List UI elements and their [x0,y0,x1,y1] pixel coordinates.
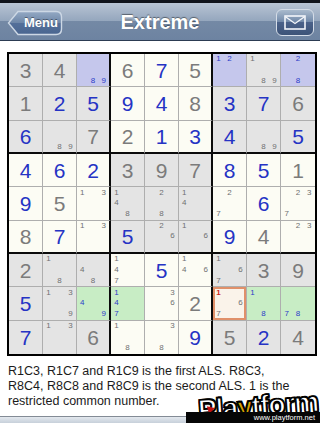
candidate-4: 4 [111,198,122,209]
cell-r6c3[interactable]: 13 [77,221,111,254]
pencil-marks: 16 [179,221,211,252]
candidate-9: 9 [98,76,109,87]
candidate-2: 2 [224,54,235,65]
pencil-marks: 27 [213,187,246,219]
cell-r2c3[interactable]: 5 [77,87,111,120]
given-digit: 5 [213,321,246,354]
cell-r8c8[interactable]: 18 [247,287,281,320]
candidate-1: 1 [247,54,258,65]
candidate-1: 1 [213,54,224,65]
candidate-1: 1 [43,254,54,265]
candidate-8: 8 [258,76,269,87]
candidate-3: 3 [98,221,109,231]
candidate-1: 1 [213,287,224,298]
cell-r1c8[interactable]: 189 [247,54,281,87]
cell-r6c2[interactable]: 7 [43,221,77,254]
candidate-3: 3 [167,321,178,332]
cell-r2c4[interactable]: 9 [111,87,145,120]
candidate-8: 8 [54,142,65,152]
candidate-7: 7 [111,276,122,287]
cell-r5c9[interactable]: 237 [281,187,315,220]
cell-r1c2[interactable]: 4 [43,54,77,87]
hint-text: R1C3, R1C7 and R1C9 is the first ALS. R8… [8,364,314,409]
candidate-1: 1 [179,254,190,265]
candidate-7: 7 [111,309,122,320]
cell-r9c3[interactable]: 6 [77,321,111,354]
candidate-4: 4 [111,298,122,309]
entered-digit: 3 [213,87,246,119]
pencil-marks: 13 [77,187,109,219]
cell-r3c2[interactable]: 89 [43,121,77,154]
cell-r3c6[interactable]: 3 [179,121,213,154]
pencil-marks: 89 [247,121,280,152]
cell-r3c3[interactable]: 7 [77,121,111,154]
cell-r5c8[interactable]: 6 [247,187,281,220]
cell-r8c2[interactable]: 139 [43,287,77,320]
pencil-marks: 14 [179,187,211,219]
cell-r3c8[interactable]: 89 [247,121,281,154]
pencil-marks: 12 [213,54,246,86]
cell-r8c3[interactable]: 49 [77,287,111,320]
candidate-6: 6 [235,265,246,276]
pencil-marks: 13 [77,221,109,252]
entered-digit: 5 [111,221,144,252]
candidate-4: 4 [77,265,88,276]
cell-r8c7[interactable]: 167 [213,287,247,320]
envelope-icon [284,15,306,30]
entered-digit: 2 [247,321,280,354]
cell-r2c2[interactable]: 2 [43,87,77,120]
candidate-1: 1 [179,187,190,198]
cell-r6c9[interactable]: 23 [281,221,315,254]
cell-r2c9[interactable]: 6 [281,87,315,120]
pencil-marks: 48 [77,254,109,286]
given-digit: 3 [9,54,42,86]
hint-line-3: restricted common number. [8,394,314,409]
given-digit: 2 [9,254,42,286]
pencil-marks: 38 [145,321,178,354]
pencil-marks: 146 [179,254,211,286]
candidate-4: 4 [179,265,190,276]
pencil-marks: 28 [281,54,315,86]
cell-r4c7[interactable]: 8 [213,154,247,187]
cell-r2c6[interactable]: 8 [179,87,213,120]
entered-digit: 9 [213,221,246,252]
candidate-3: 3 [167,287,178,298]
given-digit: 9 [145,154,178,186]
cell-r4c4[interactable]: 3 [111,154,145,187]
entered-digit: 7 [145,54,178,86]
candidate-4: 4 [111,265,122,276]
candidate-3: 3 [65,287,76,298]
candidate-9: 9 [269,142,280,152]
cell-r3c5[interactable]: 1 [145,121,179,154]
cell-r4c8[interactable]: 5 [247,154,281,187]
candidate-1: 1 [77,221,88,231]
candidate-6: 6 [200,231,211,241]
entered-digit: 1 [145,121,178,152]
pencil-marks: 148 [111,187,144,219]
entered-digit: 5 [77,87,109,119]
cell-r9c5[interactable]: 38 [145,321,179,354]
candidate-1: 1 [43,321,54,332]
cell-r1c9[interactable]: 28 [281,54,315,87]
candidate-1: 1 [43,287,54,298]
pencil-marks: 13 [43,321,76,354]
candidate-8: 8 [258,309,269,320]
candidate-6: 6 [200,265,211,276]
candidate-3: 3 [304,187,315,198]
candidate-6: 6 [235,298,246,309]
candidate-8: 8 [122,209,133,220]
given-digit: 6 [77,321,109,354]
cell-r4c5[interactable]: 9 [145,154,179,187]
hint-line-2: R8C4, R8C8 and R8C9 is the second ALS. 1… [8,379,314,394]
cell-r4c1[interactable]: 4 [9,154,43,187]
candidate-8: 8 [156,209,167,220]
cell-r1c1[interactable]: 3 [9,54,43,87]
entered-digit: 6 [43,154,76,186]
given-digit: 1 [9,87,42,119]
entered-digit: 4 [145,87,178,119]
menu-button-label: Menu [18,15,64,30]
entered-digit: 9 [179,321,211,354]
given-digit: 3 [111,154,144,186]
candidate-2: 2 [156,221,167,231]
entered-digit: 5 [145,254,178,286]
given-digit: 4 [281,321,315,354]
candidate-8: 8 [156,343,167,354]
cell-r1c5[interactable]: 7 [145,54,179,87]
candidate-8: 8 [292,76,303,87]
entered-digit: 6 [247,187,280,219]
cell-r9c9[interactable]: 4 [281,321,315,354]
cell-r9c2[interactable]: 13 [43,321,77,354]
cell-r7c8[interactable]: 3 [247,254,281,287]
entered-digit: 5 [247,154,280,186]
candidate-8: 8 [258,142,269,152]
candidate-7: 7 [213,209,224,220]
cell-r7c4[interactable]: 147 [111,254,145,287]
pencil-marks: 28 [145,187,178,219]
cell-r1c6[interactable]: 5 [179,54,213,87]
entered-digit: 7 [247,87,280,119]
entered-digit: 9 [111,87,144,119]
cell-r6c1[interactable]: 8 [9,221,43,254]
pencil-marks: 147 [111,254,144,286]
cell-r5c4[interactable]: 148 [111,187,145,220]
entered-digit: 5 [281,121,315,152]
given-digit: 7 [77,121,109,152]
cell-r4c2[interactable]: 6 [43,154,77,187]
candidate-3: 3 [98,187,109,198]
cell-r3c1[interactable]: 6 [9,121,43,154]
candidate-9: 9 [65,309,76,320]
cell-r3c4[interactable]: 2 [111,121,145,154]
cell-r8c6[interactable]: 2 [179,287,213,320]
entered-digit: 7 [43,221,76,252]
pencil-marks: 36 [145,287,178,319]
cell-r4c3[interactable]: 2 [77,154,111,187]
candidate-7: 7 [281,209,292,220]
cell-r9c4[interactable]: 18 [111,321,145,354]
pencil-marks: 139 [43,287,76,319]
candidate-2: 2 [156,187,167,198]
candidate-2: 2 [292,187,303,198]
pencil-marks: 237 [281,187,315,219]
candidate-2: 2 [224,187,235,198]
cell-r2c1[interactable]: 1 [9,87,43,120]
cell-r8c1[interactable]: 5 [9,287,43,320]
pencil-marks: 18 [43,254,76,286]
cell-r5c5[interactable]: 28 [145,187,179,220]
cell-r1c4[interactable]: 6 [111,54,145,87]
pencil-marks: 18 [247,287,280,319]
pencil-marks: 147 [111,287,144,319]
given-digit: 6 [281,87,315,119]
candidate-1: 1 [179,221,190,231]
pencil-marks: 167 [213,287,246,319]
entered-digit: 7 [9,321,42,354]
pencil-marks: 167 [213,254,246,286]
entered-digit: 2 [77,154,109,186]
bottom-toolbar [0,416,320,423]
cell-r4c6[interactable]: 7 [179,154,213,187]
cell-r8c9[interactable]: 78 [281,287,315,320]
given-digit: 9 [281,254,315,286]
cell-r7c3[interactable]: 48 [77,254,111,287]
pencil-marks: 26 [145,221,178,252]
cell-r6c8[interactable]: 4 [247,221,281,254]
navigation-bar: Extreme Menu [0,3,320,41]
cell-r7c2[interactable]: 18 [43,254,77,287]
cell-r7c9[interactable]: 9 [281,254,315,287]
cell-r9c6[interactable]: 9 [179,321,213,354]
entered-digit: 4 [213,121,246,152]
pencil-marks: 23 [281,221,315,252]
cell-r4c9[interactable]: 1 [281,154,315,187]
pencil-marks: 89 [43,121,76,152]
candidate-7: 7 [213,309,224,320]
pencil-marks: 78 [281,287,315,319]
candidate-6: 6 [167,298,178,309]
cell-r2c7[interactable]: 3 [213,87,247,120]
cell-r1c7[interactable]: 12 [213,54,247,87]
pencil-marks: 189 [247,54,280,86]
candidate-9: 9 [269,76,280,87]
candidate-9: 9 [65,142,76,152]
cell-r6c6[interactable]: 16 [179,221,213,254]
pencil-marks: 89 [77,54,109,86]
entered-digit: 9 [9,187,42,219]
menu-button[interactable]: Menu [6,10,64,36]
candidate-3: 3 [65,321,76,332]
candidate-1: 1 [111,287,122,298]
app-screen: Extreme Menu 348967512189281259483766897… [0,0,320,423]
cell-r7c6[interactable]: 146 [179,254,213,287]
given-digit: 1 [281,154,315,186]
cell-r7c1[interactable]: 2 [9,254,43,287]
cell-r9c7[interactable]: 5 [213,321,247,354]
cell-r6c5[interactable]: 26 [145,221,179,254]
candidate-2: 2 [292,54,303,65]
candidate-1: 1 [111,254,122,265]
candidate-1: 1 [111,187,122,198]
cell-r7c5[interactable]: 5 [145,254,179,287]
pencil-marks: 18 [111,321,144,354]
cell-r6c7[interactable]: 9 [213,221,247,254]
given-digit: 2 [179,287,211,319]
given-digit: 2 [111,121,144,152]
candidate-7: 7 [213,276,224,287]
cell-r6c4[interactable]: 5 [111,221,145,254]
candidate-4: 4 [179,198,190,209]
candidate-2: 2 [292,221,303,231]
candidate-4: 4 [77,298,88,309]
given-digit: 6 [111,54,144,86]
given-digit: 7 [179,154,211,186]
given-digit: 8 [179,87,211,119]
candidate-3: 3 [304,221,315,231]
cell-r9c1[interactable]: 7 [9,321,43,354]
given-digit: 4 [43,54,76,86]
cell-r2c5[interactable]: 4 [145,87,179,120]
candidate-8: 8 [88,276,99,287]
candidate-8: 8 [54,276,65,287]
cell-r5c1[interactable]: 9 [9,187,43,220]
cell-r5c2[interactable]: 5 [43,187,77,220]
given-digit: 5 [43,187,76,219]
candidate-8: 8 [122,343,133,354]
entered-digit: 3 [179,121,211,152]
hint-line-1: R1C3, R1C7 and R1C9 is the first ALS. R8… [8,364,314,379]
cell-r8c5[interactable]: 36 [145,287,179,320]
candidate-7: 7 [281,309,292,320]
entered-digit: 6 [9,121,42,152]
cell-r3c7[interactable]: 4 [213,121,247,154]
candidate-6: 6 [167,231,178,241]
given-digit: 8 [9,221,42,252]
pencil-marks: 49 [77,287,109,319]
candidate-1: 1 [111,321,122,332]
cell-r3c9[interactable]: 5 [281,121,315,154]
given-digit: 4 [247,221,280,252]
entered-digit: 8 [213,154,246,186]
entered-digit: 2 [43,87,76,119]
candidate-1: 1 [247,287,258,298]
candidate-8: 8 [88,76,99,87]
cell-r8c4[interactable]: 147 [111,287,145,320]
cell-r9c8[interactable]: 2 [247,321,281,354]
cell-r2c8[interactable]: 7 [247,87,281,120]
cell-r5c3[interactable]: 13 [77,187,111,220]
candidate-1: 1 [213,254,224,265]
mail-button[interactable] [276,9,314,36]
cell-r7c7[interactable]: 167 [213,254,247,287]
cell-r5c7[interactable]: 27 [213,187,247,220]
cell-r1c3[interactable]: 89 [77,54,111,87]
candidate-9: 9 [98,309,109,320]
candidate-1: 1 [77,187,88,198]
given-digit: 3 [247,254,280,286]
given-digit: 5 [179,54,211,86]
sudoku-board: 3489675121892812594837668972134895462397… [7,52,317,356]
entered-digit: 4 [9,154,42,186]
candidate-8: 8 [292,309,303,320]
entered-digit: 5 [9,287,42,319]
cell-r5c6[interactable]: 14 [179,187,213,220]
